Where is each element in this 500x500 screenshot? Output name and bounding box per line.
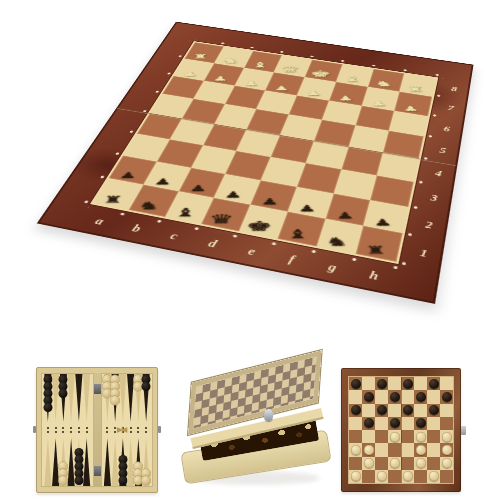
checkers-clasp-icon [461,426,466,435]
checkers-square-r3c2 [375,417,388,430]
hinge-metal-top [94,384,101,394]
checkers-square-r0c4 [401,377,414,390]
bg-point-8 [75,437,83,486]
checkers-square-r6c6 [427,457,440,470]
checkers-square-r3c7 [440,417,453,430]
checker-white [351,445,361,455]
bg-point-13 [44,374,52,423]
checkers-square-r3c4 [401,417,414,430]
checker-black [351,379,361,389]
checkers-square-r7c3 [388,470,401,483]
bg-point-10 [60,437,68,486]
checkers-square-r1c0 [349,390,362,403]
rank-label-2: 2 [415,210,443,242]
bg-checker-black [142,382,151,391]
checker-black [364,392,374,402]
bg-point-1 [142,437,150,486]
checkers-square-r2c3 [388,404,401,417]
bg-point-20 [111,374,119,423]
checkers-square-r1c7 [440,390,453,403]
piece-white-pawn: ♟ [174,60,206,76]
checker-white [377,471,387,481]
checker-black [429,405,439,415]
checker-white [364,445,374,455]
checker-white [364,458,374,468]
bg-point-17 [75,374,83,423]
bg-point-4 [119,437,127,486]
checkers-square-r7c4 [401,470,414,483]
rank-label-1: 1 [409,237,438,271]
checkers-square-r4c3 [388,430,401,443]
checker-white [416,458,426,468]
checkers-square-r4c6 [427,430,440,443]
checkers-square-r3c1 [362,417,375,430]
chess-board-frame: ♜♞♝♛♚♝♞♜♟♟♟♟♟♟♟♟♟♟♟♟♟♟♟♟♜♞♝♛♚♝♞♜ abcdefg… [38,22,472,303]
checker-black [403,379,413,389]
checkers-square-r1c3 [388,390,401,403]
checker-white [416,432,426,442]
bg-points-right-bottom [104,437,151,486]
square-r7c7: ♜ [356,226,403,262]
chess-board-3d: ♜♞♝♛♚♝♞♜♟♟♟♟♟♟♟♟♟♟♟♟♟♟♟♟♜♞♝♛♚♝♞♜ abcdefg… [38,22,472,303]
checkers-board [349,377,453,483]
checkers-square-r1c4 [401,390,414,403]
backgammon-latch-left [33,426,36,433]
backgammon-latch-right [158,426,161,433]
hinge-metal-bottom [94,466,101,476]
checker-black [351,405,361,415]
checkers-square-r2c0 [349,404,362,417]
checkers-square-r7c0 [349,470,362,483]
checkers-square-r5c5 [414,443,427,456]
checker-white [442,432,452,442]
checkers-square-r4c1 [362,430,375,443]
box-clasp-icon [264,409,273,421]
checkers-square-r5c1 [362,443,375,456]
checkers-square-r6c0 [349,457,362,470]
checkers-square-r5c3 [388,443,401,456]
thumbnail-checkers-view[interactable] [341,368,461,492]
bg-point-7 [83,437,91,486]
bg-point-24 [142,374,150,423]
checkers-square-r2c1 [362,404,375,417]
checkers-square-r0c0 [349,377,362,390]
piece-white-pawn: ♟ [329,84,362,101]
bg-point-12 [44,437,52,486]
checkers-square-r7c2 [375,470,388,483]
bg-point-21 [119,374,127,423]
piece-black-pawn: ♟ [288,193,327,213]
checker-black [390,418,400,428]
product-image: ♜♞♝♛♚♝♞♜♟♟♟♟♟♟♟♟♟♟♟♟♟♟♟♟♜♞♝♛♚♝♞♜ abcdefg… [0,0,500,500]
checkers-fold-seam [401,377,402,483]
checkers-square-r2c4 [401,404,414,417]
checkers-square-r7c6 [427,470,440,483]
checkers-square-r5c6 [427,443,440,456]
checkers-square-r2c2 [375,404,388,417]
checker-black [390,392,400,402]
piece-black-rook: ♜ [356,232,397,255]
checker-black [377,379,387,389]
bg-point-18 [83,374,91,423]
checkers-square-r7c7 [440,470,453,483]
checkers-square-r0c5 [414,377,427,390]
checkers-square-r5c0 [349,443,362,456]
checkers-square-r0c1 [362,377,375,390]
checkers-square-r4c4 [401,430,414,443]
piece-white-pawn: ♟ [266,74,299,91]
piece-white-pawn: ♟ [297,79,330,96]
checker-white [442,458,452,468]
checkers-square-r6c7 [440,457,453,470]
rank-label-3: 3 [420,184,447,213]
bg-point-15 [60,374,68,423]
checkers-square-r1c1 [362,390,375,403]
checker-white [429,471,439,481]
checker-white [442,445,452,455]
piece-black-pawn: ♟ [364,207,403,227]
checker-white [390,432,400,442]
checkers-square-r5c2 [375,443,388,456]
checkers-square-r2c6 [427,404,440,417]
thumbnail-folded-box-view[interactable] [178,383,332,493]
checkers-square-r5c4 [401,443,414,456]
bg-stack-point-1 [142,469,151,485]
checkers-square-r2c7 [440,404,453,417]
checker-white [390,458,400,468]
checker-black [377,405,387,415]
checkers-square-r0c3 [388,377,401,390]
checker-white [403,471,413,481]
checkers-square-r0c2 [375,377,388,390]
checkers-square-r6c5 [414,457,427,470]
backgammon-hinge-strip [94,373,101,487]
checkers-square-r4c7 [440,430,453,443]
piece-white-pawn: ♟ [395,94,429,111]
piece-black-knight: ♞ [316,222,356,248]
bg-stack-point-24 [142,375,151,391]
checkers-square-r3c0 [349,417,362,430]
piece-black-pawn: ♟ [325,200,364,220]
checker-black [416,418,426,428]
bg-points-right-top [104,374,151,423]
checkers-square-r6c2 [375,457,388,470]
checker-black [364,418,374,428]
checker-black [416,392,426,402]
backgammon-left-half [41,373,94,487]
checkers-square-r1c6 [427,390,440,403]
checker-black [429,379,439,389]
bg-checker-natural [142,476,151,485]
checkers-square-r4c2 [375,430,388,443]
checkers-square-r2c5 [414,404,427,417]
checker-black [403,405,413,415]
bg-points-left-top [44,374,91,423]
checkers-square-r7c5 [414,470,427,483]
checker-black [442,392,452,402]
piece-white-rook: ♜ [400,74,433,93]
checkers-square-r6c3 [388,457,401,470]
checker-white [416,445,426,455]
piece-white-pawn: ♟ [362,89,395,106]
checkers-square-r0c6 [427,377,440,390]
checkers-square-r3c3 [388,417,401,430]
bg-point-16 [67,374,75,423]
checker-white [351,471,361,481]
piece-black-pawn: ♟ [250,186,288,206]
checkers-square-r3c6 [427,417,440,430]
bg-point-6 [104,437,112,486]
thumbnail-backgammon-view[interactable] [36,367,158,493]
checkers-square-r4c5 [414,430,427,443]
checkers-square-r5c7 [440,443,453,456]
checkers-square-r1c2 [375,390,388,403]
checkers-square-r0c7 [440,377,453,390]
piece-black-pawn: ♟ [109,160,146,179]
checkers-square-r3c5 [414,417,427,430]
checkers-square-r4c0 [349,430,362,443]
checkers-square-r6c1 [362,457,375,470]
checkers-square-r7c1 [362,470,375,483]
checkers-square-r1c5 [414,390,427,403]
checkers-square-r6c4 [401,457,414,470]
bg-points-left-bottom [44,437,91,486]
